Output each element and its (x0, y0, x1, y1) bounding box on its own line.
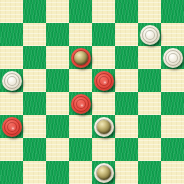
square-d5[interactable] (69, 69, 92, 92)
white-king-e1[interactable] (94, 163, 114, 183)
square-b6[interactable] (23, 46, 46, 69)
square-d6[interactable] (69, 46, 92, 69)
square-b1[interactable] (23, 161, 46, 184)
square-c2[interactable] (46, 138, 69, 161)
square-d7[interactable] (69, 23, 92, 46)
square-h3[interactable] (161, 115, 184, 138)
square-e4[interactable] (92, 92, 115, 115)
square-g2[interactable] (138, 138, 161, 161)
square-a4[interactable] (0, 92, 23, 115)
square-e8[interactable] (92, 0, 115, 23)
square-g5[interactable] (138, 69, 161, 92)
square-d4[interactable] (69, 92, 92, 115)
red-king-d6[interactable] (71, 48, 91, 68)
square-f7[interactable] (115, 23, 138, 46)
square-e2[interactable] (92, 138, 115, 161)
square-e5[interactable] (92, 69, 115, 92)
square-a2[interactable] (0, 138, 23, 161)
square-h7[interactable] (161, 23, 184, 46)
square-e6[interactable] (92, 46, 115, 69)
white-man-g7[interactable] (140, 25, 160, 45)
square-g1[interactable] (138, 161, 161, 184)
red-man-d4[interactable] (71, 94, 91, 114)
square-f1[interactable] (115, 161, 138, 184)
white-king-e3[interactable] (94, 117, 114, 137)
square-f3[interactable] (115, 115, 138, 138)
square-b3[interactable] (23, 115, 46, 138)
red-man-e5[interactable] (94, 71, 114, 91)
square-f5[interactable] (115, 69, 138, 92)
square-a3[interactable] (0, 115, 23, 138)
square-d1[interactable] (69, 161, 92, 184)
king-gold-ball (97, 120, 111, 134)
square-g3[interactable] (138, 115, 161, 138)
square-h4[interactable] (161, 92, 184, 115)
square-e1[interactable] (92, 161, 115, 184)
square-b5[interactable] (23, 69, 46, 92)
square-b4[interactable] (23, 92, 46, 115)
square-a6[interactable] (0, 46, 23, 69)
square-g6[interactable] (138, 46, 161, 69)
red-man-a3[interactable] (2, 117, 22, 137)
square-g8[interactable] (138, 0, 161, 23)
square-g4[interactable] (138, 92, 161, 115)
square-f8[interactable] (115, 0, 138, 23)
square-d2[interactable] (69, 138, 92, 161)
square-d3[interactable] (69, 115, 92, 138)
king-gold-ball (97, 166, 111, 180)
square-h5[interactable] (161, 69, 184, 92)
square-d8[interactable] (69, 0, 92, 23)
square-b2[interactable] (23, 138, 46, 161)
white-man-h6[interactable] (163, 48, 183, 68)
square-c4[interactable] (46, 92, 69, 115)
square-e7[interactable] (92, 23, 115, 46)
square-c8[interactable] (46, 0, 69, 23)
white-man-a5[interactable] (2, 71, 22, 91)
square-f2[interactable] (115, 138, 138, 161)
king-gold-ball (74, 51, 88, 65)
checkers-board (0, 0, 184, 184)
square-h2[interactable] (161, 138, 184, 161)
square-f4[interactable] (115, 92, 138, 115)
square-g7[interactable] (138, 23, 161, 46)
square-e3[interactable] (92, 115, 115, 138)
square-h8[interactable] (161, 0, 184, 23)
square-c7[interactable] (46, 23, 69, 46)
square-a1[interactable] (0, 161, 23, 184)
square-a7[interactable] (0, 23, 23, 46)
square-b8[interactable] (23, 0, 46, 23)
square-c1[interactable] (46, 161, 69, 184)
square-a8[interactable] (0, 0, 23, 23)
square-h1[interactable] (161, 161, 184, 184)
square-c6[interactable] (46, 46, 69, 69)
square-c5[interactable] (46, 69, 69, 92)
square-f6[interactable] (115, 46, 138, 69)
square-a5[interactable] (0, 69, 23, 92)
square-b7[interactable] (23, 23, 46, 46)
square-h6[interactable] (161, 46, 184, 69)
square-c3[interactable] (46, 115, 69, 138)
